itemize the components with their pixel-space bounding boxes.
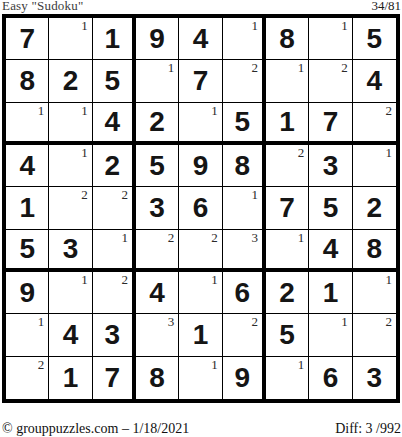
cell-value: 3 [63, 235, 79, 263]
cell-r8c7[interactable]: 5 [266, 314, 309, 356]
pencil-mark: 1 [251, 188, 258, 201]
cell-r9c3[interactable]: 7 [93, 357, 136, 399]
cell-r9c5[interactable]: 1 [179, 357, 222, 399]
cell-r2c2[interactable]: 2 [49, 60, 92, 102]
cell-r4c7[interactable]: 2 [266, 145, 309, 187]
cell-value: 8 [235, 152, 251, 180]
pencil-mark: 1 [341, 315, 348, 328]
cell-r7c6[interactable]: 6 [223, 272, 266, 314]
cell-r9c7[interactable]: 1 [266, 357, 309, 399]
cell-r5c7[interactable]: 7 [266, 187, 309, 229]
cell-value: 8 [367, 235, 383, 263]
cell-value: 7 [193, 67, 209, 95]
pencil-mark: 2 [385, 315, 392, 328]
footer: © grouppuzzles.com – 1/18/2021 Diff: 3 /… [0, 422, 402, 437]
cell-value: 1 [323, 279, 339, 307]
cell-value: 1 [279, 108, 295, 136]
cell-value: 1 [105, 25, 121, 53]
cell-r3c1[interactable]: 1 [6, 103, 49, 145]
cell-r7c2[interactable]: 1 [49, 272, 92, 314]
cell-value: 2 [367, 194, 383, 222]
cell-value: 4 [105, 108, 121, 136]
cell-r2c9[interactable]: 4 [353, 60, 396, 102]
cell-value: 3 [105, 321, 121, 349]
filled-counter: 34/81 [371, 0, 401, 13]
cell-value: 4 [63, 321, 79, 349]
cell-r6c8[interactable]: 4 [309, 230, 352, 272]
cell-r5c5[interactable]: 6 [179, 187, 222, 229]
cell-r3c3[interactable]: 4 [93, 103, 136, 145]
cell-r9c8[interactable]: 6 [309, 357, 352, 399]
pencil-mark: 2 [38, 358, 45, 371]
cell-value: 4 [19, 152, 35, 180]
cell-value: 2 [63, 67, 79, 95]
cell-r2c7[interactable]: 1 [266, 60, 309, 102]
cell-r7c8[interactable]: 1 [309, 272, 352, 314]
pencil-mark: 1 [81, 19, 88, 32]
pencil-mark: 1 [81, 104, 88, 117]
cell-r1c4[interactable]: 9 [136, 18, 179, 60]
cell-r6c1[interactable]: 5 [6, 230, 49, 272]
pencil-mark: 1 [121, 231, 128, 244]
cell-r1c8[interactable]: 1 [309, 18, 352, 60]
cell-r5c2[interactable]: 2 [49, 187, 92, 229]
cell-r2c4[interactable]: 1 [136, 60, 179, 102]
cell-r2c6[interactable]: 2 [223, 60, 266, 102]
cell-r8c3[interactable]: 3 [93, 314, 136, 356]
pencil-mark: 2 [385, 104, 392, 117]
cell-r4c5[interactable]: 9 [179, 145, 222, 187]
cell-r9c1[interactable]: 2 [6, 357, 49, 399]
cell-r5c4[interactable]: 3 [136, 187, 179, 229]
cell-r3c4[interactable]: 2 [136, 103, 179, 145]
cell-r1c9[interactable]: 5 [353, 18, 396, 60]
cell-r8c1[interactable]: 1 [6, 314, 49, 356]
cell-r3c7[interactable]: 1 [266, 103, 309, 145]
cell-r5c1[interactable]: 1 [6, 187, 49, 229]
cell-value: 7 [105, 364, 121, 392]
cell-value: 2 [105, 152, 121, 180]
cell-r4c8[interactable]: 3 [309, 145, 352, 187]
pencil-mark: 1 [211, 358, 218, 371]
cell-r8c5[interactable]: 1 [179, 314, 222, 356]
cell-value: 9 [149, 25, 165, 53]
cell-r3c9[interactable]: 2 [353, 103, 396, 145]
puzzle-title: Easy "Sudoku" [2, 0, 83, 13]
pencil-mark: 1 [38, 315, 45, 328]
cell-r1c3[interactable]: 1 [93, 18, 136, 60]
cell-r4c2[interactable]: 1 [49, 145, 92, 187]
cell-r1c1[interactable]: 7 [6, 18, 49, 60]
cell-value: 5 [19, 235, 35, 263]
cell-r6c9[interactable]: 8 [353, 230, 396, 272]
cell-r1c7[interactable]: 8 [266, 18, 309, 60]
cell-r8c8[interactable]: 1 [309, 314, 352, 356]
cell-r9c6[interactable]: 9 [223, 357, 266, 399]
pencil-mark: 1 [341, 19, 348, 32]
cell-value: 3 [367, 364, 383, 392]
pencil-mark: 2 [341, 61, 348, 74]
cell-value: 6 [235, 279, 251, 307]
cell-r3c6[interactable]: 5 [223, 103, 266, 145]
cell-r2c1[interactable]: 8 [6, 60, 49, 102]
cell-value: 4 [323, 235, 339, 263]
cell-r8c2[interactable]: 4 [49, 314, 92, 356]
cell-r7c9[interactable]: 1 [353, 272, 396, 314]
cell-r1c2[interactable]: 1 [49, 18, 92, 60]
cell-r6c4[interactable]: 2 [136, 230, 179, 272]
sudoku-page: Easy "Sudoku" 34/81 71194181582517212411… [0, 0, 402, 437]
cell-value: 5 [235, 108, 251, 136]
pencil-mark: 1 [81, 273, 88, 286]
pencil-mark: 1 [251, 19, 258, 32]
pencil-mark: 1 [298, 231, 305, 244]
cell-r5c3[interactable]: 2 [93, 187, 136, 229]
pencil-mark: 2 [81, 188, 88, 201]
cell-value: 5 [367, 25, 383, 53]
cell-r1c6[interactable]: 1 [223, 18, 266, 60]
cell-value: 7 [279, 194, 295, 222]
cell-value: 3 [149, 194, 165, 222]
cell-r4c3[interactable]: 2 [93, 145, 136, 187]
cell-r7c3[interactable]: 2 [93, 272, 136, 314]
cell-r8c9[interactable]: 2 [353, 314, 396, 356]
cell-r7c4[interactable]: 4 [136, 272, 179, 314]
cell-r3c2[interactable]: 1 [49, 103, 92, 145]
pencil-mark: 1 [298, 61, 305, 74]
cell-value: 9 [235, 364, 251, 392]
pencil-mark: 2 [121, 188, 128, 201]
pencil-mark: 2 [251, 315, 258, 328]
cell-r5c8[interactable]: 5 [309, 187, 352, 229]
pencil-mark: 1 [211, 104, 218, 117]
cell-value: 8 [279, 25, 295, 53]
cell-r6c7[interactable]: 1 [266, 230, 309, 272]
cell-r2c5[interactable]: 7 [179, 60, 222, 102]
cell-r9c4[interactable]: 8 [136, 357, 179, 399]
pencil-mark: 1 [385, 273, 392, 286]
cell-value: 9 [19, 279, 35, 307]
cell-value: 2 [149, 108, 165, 136]
pencil-mark: 1 [211, 273, 218, 286]
cell-r4c6[interactable]: 8 [223, 145, 266, 187]
copyright-credit: © grouppuzzles.com – 1/18/2021 [2, 422, 189, 436]
cell-value: 4 [193, 25, 209, 53]
cell-value: 9 [193, 152, 209, 180]
pencil-mark: 2 [251, 61, 258, 74]
cell-value: 2 [279, 279, 295, 307]
cell-r6c2[interactable]: 3 [49, 230, 92, 272]
cell-r2c8[interactable]: 2 [309, 60, 352, 102]
cell-value: 6 [193, 194, 209, 222]
cell-r4c9[interactable]: 1 [353, 145, 396, 187]
pencil-mark: 2 [211, 231, 218, 244]
cell-r4c1[interactable]: 4 [6, 145, 49, 187]
cell-r3c5[interactable]: 1 [179, 103, 222, 145]
pencil-mark: 2 [298, 146, 305, 159]
cell-value: 4 [367, 67, 383, 95]
cell-r6c6[interactable]: 3 [223, 230, 266, 272]
header: Easy "Sudoku" 34/81 [0, 0, 402, 14]
cell-value: 5 [279, 321, 295, 349]
pencil-mark: 3 [251, 231, 258, 244]
cell-value: 3 [323, 152, 339, 180]
cell-r3c8[interactable]: 7 [309, 103, 352, 145]
cell-value: 7 [19, 25, 35, 53]
cell-r7c1[interactable]: 9 [6, 272, 49, 314]
cell-value: 5 [323, 194, 339, 222]
cell-r5c9[interactable]: 2 [353, 187, 396, 229]
pencil-mark: 2 [168, 231, 175, 244]
cell-value: 1 [19, 194, 35, 222]
cell-r2c3[interactable]: 5 [93, 60, 136, 102]
pencil-mark: 1 [385, 146, 392, 159]
cell-r9c9[interactable]: 3 [353, 357, 396, 399]
cell-r9c2[interactable]: 1 [49, 357, 92, 399]
cell-r7c7[interactable]: 2 [266, 272, 309, 314]
cell-value: 6 [323, 364, 339, 392]
difficulty-label: Diff: 3 /992 [335, 422, 401, 436]
sudoku-board: 7119418158251721241142151724125982311223… [2, 14, 400, 403]
cell-value: 1 [63, 364, 79, 392]
cell-r1c5[interactable]: 4 [179, 18, 222, 60]
cell-r6c3[interactable]: 1 [93, 230, 136, 272]
cell-value: 7 [323, 108, 339, 136]
pencil-mark: 1 [298, 358, 305, 371]
cell-r4c4[interactable]: 5 [136, 145, 179, 187]
pencil-mark: 2 [121, 273, 128, 286]
cell-value: 5 [149, 152, 165, 180]
cell-value: 5 [105, 67, 121, 95]
cell-r7c5[interactable]: 1 [179, 272, 222, 314]
cell-value: 1 [193, 321, 209, 349]
cell-value: 8 [149, 364, 165, 392]
cell-r8c4[interactable]: 3 [136, 314, 179, 356]
pencil-mark: 1 [81, 146, 88, 159]
cell-value: 8 [19, 67, 35, 95]
pencil-mark: 1 [168, 61, 175, 74]
cell-r6c5[interactable]: 2 [179, 230, 222, 272]
cell-value: 4 [149, 279, 165, 307]
pencil-mark: 1 [38, 104, 45, 117]
cell-r8c6[interactable]: 2 [223, 314, 266, 356]
cell-r5c6[interactable]: 1 [223, 187, 266, 229]
pencil-mark: 3 [168, 315, 175, 328]
